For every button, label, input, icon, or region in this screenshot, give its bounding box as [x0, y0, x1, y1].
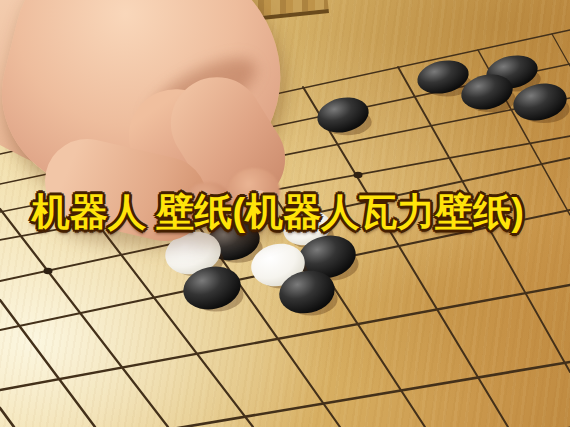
- caption-overlay: 机器人 壁纸(机器人瓦力壁纸): [0, 190, 570, 234]
- stones-layer: [161, 51, 570, 318]
- grid-line-column: [552, 34, 570, 66]
- go-board-wallpaper-photo: 机器人 壁纸(机器人瓦力壁纸): [0, 0, 570, 427]
- grid-line-column: [0, 209, 168, 427]
- star-point: [44, 268, 53, 274]
- star-point: [354, 172, 363, 178]
- grid-line-column: [0, 408, 14, 427]
- grid-line-row: [0, 362, 570, 427]
